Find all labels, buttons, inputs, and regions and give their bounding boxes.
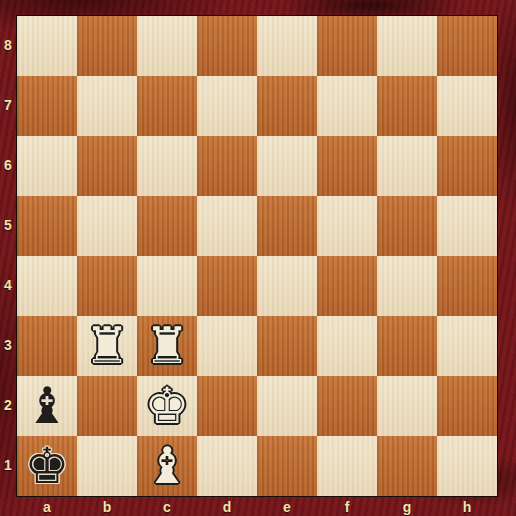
square-e7[interactable] [257,76,317,136]
square-b4[interactable] [77,256,137,316]
square-b2[interactable] [77,376,137,436]
rank-label-1: 1 [0,435,16,495]
square-b6[interactable] [77,136,137,196]
square-e6[interactable] [257,136,317,196]
file-label-a: a [17,497,77,516]
square-f7[interactable] [317,76,377,136]
square-a4[interactable] [17,256,77,316]
square-e1[interactable] [257,436,317,496]
square-b3[interactable]: ♜ [77,316,137,376]
square-f2[interactable] [317,376,377,436]
square-d7[interactable] [197,76,257,136]
square-c5[interactable] [137,196,197,256]
square-e4[interactable] [257,256,317,316]
piece-white-bishop[interactable]: ♝ [137,436,197,496]
square-g4[interactable] [377,256,437,316]
square-c8[interactable] [137,16,197,76]
square-g1[interactable] [377,436,437,496]
square-b1[interactable] [77,436,137,496]
square-e8[interactable] [257,16,317,76]
rank-label-5: 5 [0,195,16,255]
rank-label-6: 6 [0,135,16,195]
file-label-c: c [137,497,197,516]
square-b5[interactable] [77,196,137,256]
file-label-b: b [77,497,137,516]
square-a8[interactable] [17,16,77,76]
square-e2[interactable] [257,376,317,436]
file-label-d: d [197,497,257,516]
square-h3[interactable] [437,316,497,376]
square-e3[interactable] [257,316,317,376]
square-f6[interactable] [317,136,377,196]
square-d5[interactable] [197,196,257,256]
square-c2[interactable]: ♚ [137,376,197,436]
square-d4[interactable] [197,256,257,316]
square-a3[interactable] [17,316,77,376]
file-label-e: e [257,497,317,516]
rank-label-8: 8 [0,15,16,75]
square-g6[interactable] [377,136,437,196]
piece-white-rook[interactable]: ♜ [137,316,197,376]
square-d1[interactable] [197,436,257,496]
rank-label-3: 3 [0,315,16,375]
square-f4[interactable] [317,256,377,316]
board-frame: ♜♜♝♚♚♝ 87654321abcdefgh [0,0,516,516]
square-c1[interactable]: ♝ [137,436,197,496]
square-h2[interactable] [437,376,497,436]
file-label-f: f [317,497,377,516]
square-h4[interactable] [437,256,497,316]
square-d3[interactable] [197,316,257,376]
square-a1[interactable]: ♚ [17,436,77,496]
piece-white-king[interactable]: ♚ [137,376,197,436]
square-e5[interactable] [257,196,317,256]
square-h6[interactable] [437,136,497,196]
piece-black-king[interactable]: ♚ [17,436,77,496]
rank-label-4: 4 [0,255,16,315]
square-d2[interactable] [197,376,257,436]
square-c4[interactable] [137,256,197,316]
square-a2[interactable]: ♝ [17,376,77,436]
square-f3[interactable] [317,316,377,376]
square-f1[interactable] [317,436,377,496]
square-h5[interactable] [437,196,497,256]
square-c3[interactable]: ♜ [137,316,197,376]
file-label-h: h [437,497,497,516]
square-c7[interactable] [137,76,197,136]
piece-black-bishop[interactable]: ♝ [17,376,77,436]
square-a5[interactable] [17,196,77,256]
square-f5[interactable] [317,196,377,256]
file-label-g: g [377,497,437,516]
square-b7[interactable] [77,76,137,136]
rank-label-7: 7 [0,75,16,135]
square-g2[interactable] [377,376,437,436]
chess-board: ♜♜♝♚♚♝ [16,15,498,497]
square-d6[interactable] [197,136,257,196]
square-g5[interactable] [377,196,437,256]
square-c6[interactable] [137,136,197,196]
piece-white-rook[interactable]: ♜ [77,316,137,376]
square-g8[interactable] [377,16,437,76]
square-d8[interactable] [197,16,257,76]
square-b8[interactable] [77,16,137,76]
square-h7[interactable] [437,76,497,136]
square-h1[interactable] [437,436,497,496]
square-g3[interactable] [377,316,437,376]
square-a7[interactable] [17,76,77,136]
square-h8[interactable] [437,16,497,76]
square-f8[interactable] [317,16,377,76]
square-g7[interactable] [377,76,437,136]
rank-label-2: 2 [0,375,16,435]
square-a6[interactable] [17,136,77,196]
